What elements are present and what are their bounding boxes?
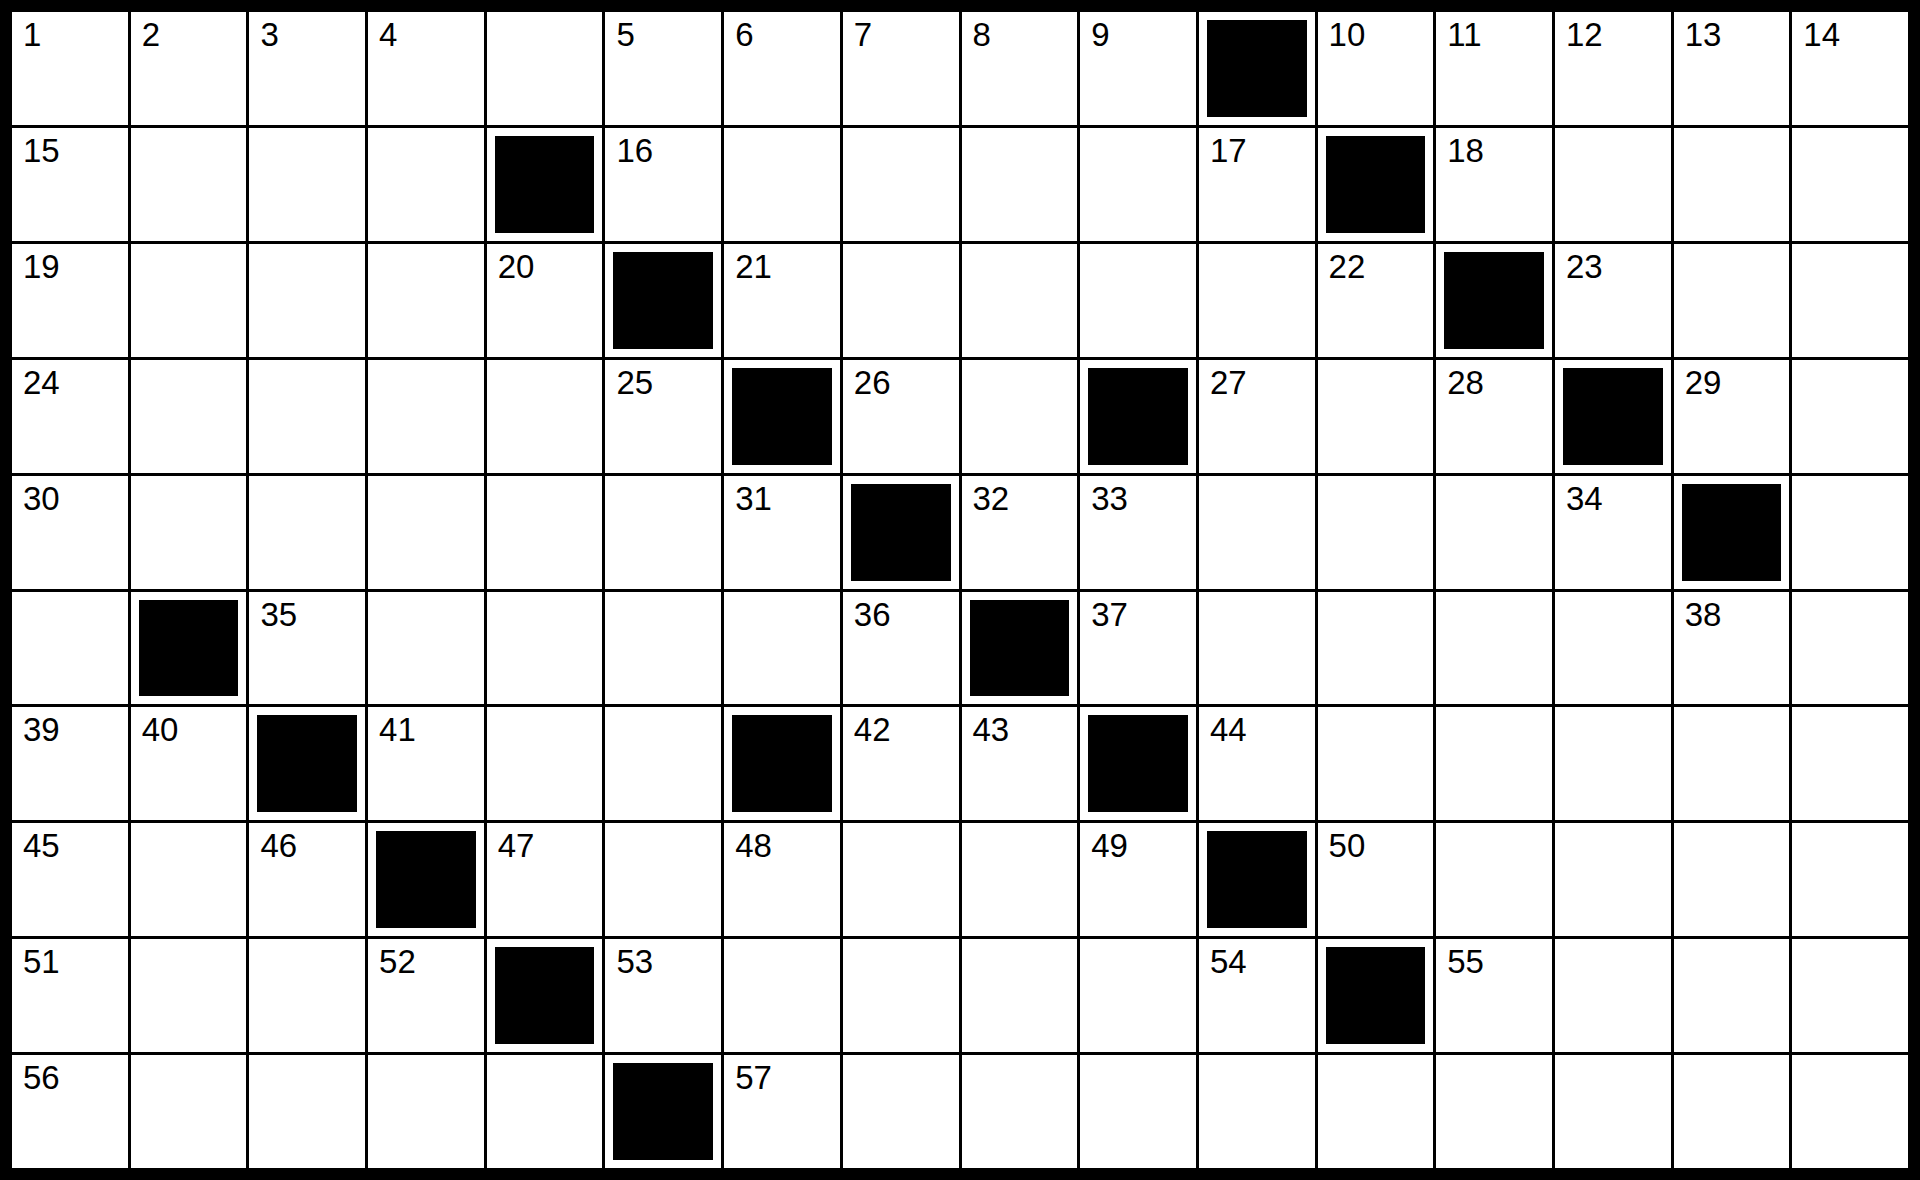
white-cell-r4c11[interactable]: 27 xyxy=(1199,360,1315,473)
white-cell-r6c7[interactable] xyxy=(724,592,840,705)
clue-number: 38 xyxy=(1685,598,1722,633)
clue-number: 57 xyxy=(735,1061,772,1096)
white-cell-r8c5[interactable]: 47 xyxy=(487,823,603,936)
clue-number: 35 xyxy=(260,598,297,633)
white-cell-r6c14[interactable] xyxy=(1555,592,1671,705)
white-cell-r10c1[interactable]: 56 xyxy=(12,1055,128,1168)
white-cell-r9c13[interactable]: 55 xyxy=(1436,939,1552,1052)
clue-number: 17 xyxy=(1210,134,1247,169)
white-cell-r3c5[interactable]: 20 xyxy=(487,244,603,357)
white-cell-r2c1[interactable]: 15 xyxy=(12,128,128,241)
white-cell-r2c6[interactable]: 16 xyxy=(605,128,721,241)
white-cell-r10c11[interactable] xyxy=(1199,1055,1315,1168)
white-cell-r6c5[interactable] xyxy=(487,592,603,705)
white-cell-r2c13[interactable]: 18 xyxy=(1436,128,1552,241)
white-cell-r8c6[interactable] xyxy=(605,823,721,936)
white-cell-r7c13[interactable] xyxy=(1436,707,1552,820)
white-cell-r5c10[interactable]: 33 xyxy=(1080,476,1196,589)
white-cell-r6c10[interactable]: 37 xyxy=(1080,592,1196,705)
black-cell-r8c11 xyxy=(1199,823,1315,936)
white-cell-r5c6[interactable] xyxy=(605,476,721,589)
white-cell-r10c9[interactable] xyxy=(962,1055,1078,1168)
white-cell-r2c7[interactable] xyxy=(724,128,840,241)
white-cell-r6c12[interactable] xyxy=(1318,592,1434,705)
black-cell-r6c9 xyxy=(962,592,1078,705)
white-cell-r1c16[interactable]: 14 xyxy=(1792,12,1908,125)
white-cell-r6c13[interactable] xyxy=(1436,592,1552,705)
clue-number: 39 xyxy=(23,713,60,748)
white-cell-r1c15[interactable]: 13 xyxy=(1674,12,1790,125)
clue-number: 34 xyxy=(1566,482,1603,517)
clue-number: 14 xyxy=(1803,18,1840,53)
white-cell-r6c6[interactable] xyxy=(605,592,721,705)
white-cell-r7c6[interactable] xyxy=(605,707,721,820)
white-cell-r10c14[interactable] xyxy=(1555,1055,1671,1168)
white-cell-r6c3[interactable]: 35 xyxy=(249,592,365,705)
black-cell-r4c7 xyxy=(724,360,840,473)
clue-number: 41 xyxy=(379,713,416,748)
white-cell-r1c1[interactable]: 1 xyxy=(12,12,128,125)
white-cell-r3c16[interactable] xyxy=(1792,244,1908,357)
white-cell-r8c12[interactable]: 50 xyxy=(1318,823,1434,936)
black-cell-r4c10 xyxy=(1080,360,1196,473)
white-cell-r4c8[interactable]: 26 xyxy=(843,360,959,473)
white-cell-r1c8[interactable]: 7 xyxy=(843,12,959,125)
white-cell-r2c9[interactable] xyxy=(962,128,1078,241)
white-cell-r4c4[interactable] xyxy=(368,360,484,473)
white-cell-r5c14[interactable]: 34 xyxy=(1555,476,1671,589)
white-cell-r10c12[interactable] xyxy=(1318,1055,1434,1168)
white-cell-r5c16[interactable] xyxy=(1792,476,1908,589)
white-cell-r2c11[interactable]: 17 xyxy=(1199,128,1315,241)
white-cell-r8c10[interactable]: 49 xyxy=(1080,823,1196,936)
white-cell-r9c10[interactable] xyxy=(1080,939,1196,1052)
clue-number: 7 xyxy=(854,18,872,53)
white-cell-r5c11[interactable] xyxy=(1199,476,1315,589)
white-cell-r3c12[interactable]: 22 xyxy=(1318,244,1434,357)
white-cell-r10c3[interactable] xyxy=(249,1055,365,1168)
clue-number: 22 xyxy=(1329,250,1366,285)
white-cell-r10c7[interactable]: 57 xyxy=(724,1055,840,1168)
white-cell-r7c1[interactable]: 39 xyxy=(12,707,128,820)
white-cell-r5c2[interactable] xyxy=(131,476,247,589)
white-cell-r1c5[interactable] xyxy=(487,12,603,125)
white-cell-r8c14[interactable] xyxy=(1555,823,1671,936)
clue-number: 53 xyxy=(616,945,653,980)
black-cell-r10c6 xyxy=(605,1055,721,1168)
white-cell-r6c11[interactable] xyxy=(1199,592,1315,705)
black-cell-r3c13 xyxy=(1436,244,1552,357)
white-cell-r1c7[interactable]: 6 xyxy=(724,12,840,125)
clue-number: 44 xyxy=(1210,713,1247,748)
white-cell-r3c14[interactable]: 23 xyxy=(1555,244,1671,357)
white-cell-r4c15[interactable]: 29 xyxy=(1674,360,1790,473)
clue-number: 13 xyxy=(1685,18,1722,53)
clue-number: 55 xyxy=(1447,945,1484,980)
clue-number: 19 xyxy=(23,250,60,285)
clue-number: 47 xyxy=(498,829,535,864)
clue-number: 28 xyxy=(1447,366,1484,401)
white-cell-r7c2[interactable]: 40 xyxy=(131,707,247,820)
white-cell-r2c16[interactable] xyxy=(1792,128,1908,241)
white-cell-r3c10[interactable] xyxy=(1080,244,1196,357)
white-cell-r8c7[interactable]: 48 xyxy=(724,823,840,936)
white-cell-r7c12[interactable] xyxy=(1318,707,1434,820)
white-cell-r10c16[interactable] xyxy=(1792,1055,1908,1168)
white-cell-r8c9[interactable] xyxy=(962,823,1078,936)
white-cell-r6c8[interactable]: 36 xyxy=(843,592,959,705)
clue-number: 56 xyxy=(23,1061,60,1096)
white-cell-r6c16[interactable] xyxy=(1792,592,1908,705)
white-cell-r8c8[interactable] xyxy=(843,823,959,936)
white-cell-r9c1[interactable]: 51 xyxy=(12,939,128,1052)
clue-number: 1 xyxy=(23,18,41,53)
black-cell-r3c6 xyxy=(605,244,721,357)
white-cell-r3c1[interactable]: 19 xyxy=(12,244,128,357)
clue-number: 26 xyxy=(854,366,891,401)
white-cell-r2c15[interactable] xyxy=(1674,128,1790,241)
white-cell-r9c3[interactable] xyxy=(249,939,365,1052)
white-cell-r6c15[interactable]: 38 xyxy=(1674,592,1790,705)
white-cell-r10c15[interactable] xyxy=(1674,1055,1790,1168)
clue-number: 32 xyxy=(973,482,1010,517)
white-cell-r9c9[interactable] xyxy=(962,939,1078,1052)
white-cell-r7c16[interactable] xyxy=(1792,707,1908,820)
white-cell-r8c2[interactable] xyxy=(131,823,247,936)
white-cell-r6c4[interactable] xyxy=(368,592,484,705)
white-cell-r8c15[interactable] xyxy=(1674,823,1790,936)
white-cell-r4c3[interactable] xyxy=(249,360,365,473)
white-cell-r4c12[interactable] xyxy=(1318,360,1434,473)
white-cell-r4c16[interactable] xyxy=(1792,360,1908,473)
white-cell-r5c5[interactable] xyxy=(487,476,603,589)
white-cell-r1c2[interactable]: 2 xyxy=(131,12,247,125)
clue-number: 9 xyxy=(1091,18,1109,53)
clue-number: 4 xyxy=(379,18,397,53)
white-cell-r2c2[interactable] xyxy=(131,128,247,241)
white-cell-r2c14[interactable] xyxy=(1555,128,1671,241)
black-cell-r9c5 xyxy=(487,939,603,1052)
white-cell-r9c2[interactable] xyxy=(131,939,247,1052)
clue-number: 51 xyxy=(23,945,60,980)
clue-number: 3 xyxy=(260,18,278,53)
white-cell-r10c4[interactable] xyxy=(368,1055,484,1168)
clue-number: 10 xyxy=(1329,18,1366,53)
black-cell-r4c14 xyxy=(1555,360,1671,473)
clue-number: 49 xyxy=(1091,829,1128,864)
clue-number: 21 xyxy=(735,250,772,285)
white-cell-r3c3[interactable] xyxy=(249,244,365,357)
clue-number: 46 xyxy=(260,829,297,864)
white-cell-r3c9[interactable] xyxy=(962,244,1078,357)
clue-number: 45 xyxy=(23,829,60,864)
white-cell-r1c4[interactable]: 4 xyxy=(368,12,484,125)
white-cell-r8c13[interactable] xyxy=(1436,823,1552,936)
black-cell-r5c15 xyxy=(1674,476,1790,589)
white-cell-r9c11[interactable]: 54 xyxy=(1199,939,1315,1052)
clue-number: 40 xyxy=(142,713,179,748)
clue-number: 50 xyxy=(1329,829,1366,864)
white-cell-r7c5[interactable] xyxy=(487,707,603,820)
clue-number: 27 xyxy=(1210,366,1247,401)
white-cell-r1c13[interactable]: 11 xyxy=(1436,12,1552,125)
clue-number: 30 xyxy=(23,482,60,517)
white-cell-r5c13[interactable] xyxy=(1436,476,1552,589)
white-cell-r3c8[interactable] xyxy=(843,244,959,357)
white-cell-r3c4[interactable] xyxy=(368,244,484,357)
clue-number: 8 xyxy=(973,18,991,53)
white-cell-r5c3[interactable] xyxy=(249,476,365,589)
clue-number: 5 xyxy=(616,18,634,53)
white-cell-r3c15[interactable] xyxy=(1674,244,1790,357)
black-cell-r2c12 xyxy=(1318,128,1434,241)
clue-number: 31 xyxy=(735,482,772,517)
clue-number: 24 xyxy=(23,366,60,401)
clue-number: 12 xyxy=(1566,18,1603,53)
white-cell-r8c3[interactable]: 46 xyxy=(249,823,365,936)
white-cell-r3c2[interactable] xyxy=(131,244,247,357)
clue-number: 43 xyxy=(973,713,1010,748)
white-cell-r9c8[interactable] xyxy=(843,939,959,1052)
white-cell-r9c4[interactable]: 52 xyxy=(368,939,484,1052)
black-cell-r9c12 xyxy=(1318,939,1434,1052)
black-cell-r7c7 xyxy=(724,707,840,820)
clue-number: 25 xyxy=(616,366,653,401)
white-cell-r8c1[interactable]: 45 xyxy=(12,823,128,936)
clue-number: 18 xyxy=(1447,134,1484,169)
white-cell-r4c6[interactable]: 25 xyxy=(605,360,721,473)
white-cell-r5c7[interactable]: 31 xyxy=(724,476,840,589)
clue-number: 42 xyxy=(854,713,891,748)
white-cell-r7c14[interactable] xyxy=(1555,707,1671,820)
clue-number: 33 xyxy=(1091,482,1128,517)
crossword-grid: 1234567891011121314151617181920212223242… xyxy=(0,0,1920,1180)
white-cell-r10c10[interactable] xyxy=(1080,1055,1196,1168)
clue-number: 29 xyxy=(1685,366,1722,401)
clue-number: 52 xyxy=(379,945,416,980)
white-cell-r2c8[interactable] xyxy=(843,128,959,241)
white-cell-r9c16[interactable] xyxy=(1792,939,1908,1052)
white-cell-r6c1[interactable] xyxy=(12,592,128,705)
clue-number: 23 xyxy=(1566,250,1603,285)
white-cell-r2c4[interactable] xyxy=(368,128,484,241)
white-cell-r5c1[interactable]: 30 xyxy=(12,476,128,589)
white-cell-r9c15[interactable] xyxy=(1674,939,1790,1052)
white-cell-r4c9[interactable] xyxy=(962,360,1078,473)
clue-number: 37 xyxy=(1091,598,1128,633)
white-cell-r1c3[interactable]: 3 xyxy=(249,12,365,125)
white-cell-r1c10[interactable]: 9 xyxy=(1080,12,1196,125)
black-cell-r1c11 xyxy=(1199,12,1315,125)
white-cell-r10c13[interactable] xyxy=(1436,1055,1552,1168)
black-cell-r5c8 xyxy=(843,476,959,589)
white-cell-r5c4[interactable] xyxy=(368,476,484,589)
white-cell-r2c3[interactable] xyxy=(249,128,365,241)
white-cell-r7c8[interactable]: 42 xyxy=(843,707,959,820)
white-cell-r9c7[interactable] xyxy=(724,939,840,1052)
white-cell-r1c14[interactable]: 12 xyxy=(1555,12,1671,125)
clue-number: 20 xyxy=(498,250,535,285)
black-cell-r7c3 xyxy=(249,707,365,820)
clue-number: 6 xyxy=(735,18,753,53)
clue-number: 48 xyxy=(735,829,772,864)
white-cell-r7c11[interactable]: 44 xyxy=(1199,707,1315,820)
clue-number: 54 xyxy=(1210,945,1247,980)
clue-number: 2 xyxy=(142,18,160,53)
white-cell-r10c2[interactable] xyxy=(131,1055,247,1168)
white-cell-r5c9[interactable]: 32 xyxy=(962,476,1078,589)
clue-number: 16 xyxy=(616,134,653,169)
white-cell-r7c4[interactable]: 41 xyxy=(368,707,484,820)
white-cell-r9c14[interactable] xyxy=(1555,939,1671,1052)
white-cell-r8c16[interactable] xyxy=(1792,823,1908,936)
black-cell-r7c10 xyxy=(1080,707,1196,820)
white-cell-r9c6[interactable]: 53 xyxy=(605,939,721,1052)
white-cell-r4c13[interactable]: 28 xyxy=(1436,360,1552,473)
clue-number: 15 xyxy=(23,134,60,169)
black-cell-r2c5 xyxy=(487,128,603,241)
clue-number: 36 xyxy=(854,598,891,633)
white-cell-r2c10[interactable] xyxy=(1080,128,1196,241)
clue-number: 11 xyxy=(1447,18,1481,53)
black-cell-r6c2 xyxy=(131,592,247,705)
white-cell-r5c12[interactable] xyxy=(1318,476,1434,589)
white-cell-r4c1[interactable]: 24 xyxy=(12,360,128,473)
white-cell-r1c12[interactable]: 10 xyxy=(1318,12,1434,125)
white-cell-r3c7[interactable]: 21 xyxy=(724,244,840,357)
white-cell-r3c11[interactable] xyxy=(1199,244,1315,357)
white-cell-r1c9[interactable]: 8 xyxy=(962,12,1078,125)
black-cell-r8c4 xyxy=(368,823,484,936)
white-cell-r10c5[interactable] xyxy=(487,1055,603,1168)
white-cell-r7c9[interactable]: 43 xyxy=(962,707,1078,820)
white-cell-r4c5[interactable] xyxy=(487,360,603,473)
white-cell-r1c6[interactable]: 5 xyxy=(605,12,721,125)
white-cell-r10c8[interactable] xyxy=(843,1055,959,1168)
white-cell-r7c15[interactable] xyxy=(1674,707,1790,820)
white-cell-r4c2[interactable] xyxy=(131,360,247,473)
